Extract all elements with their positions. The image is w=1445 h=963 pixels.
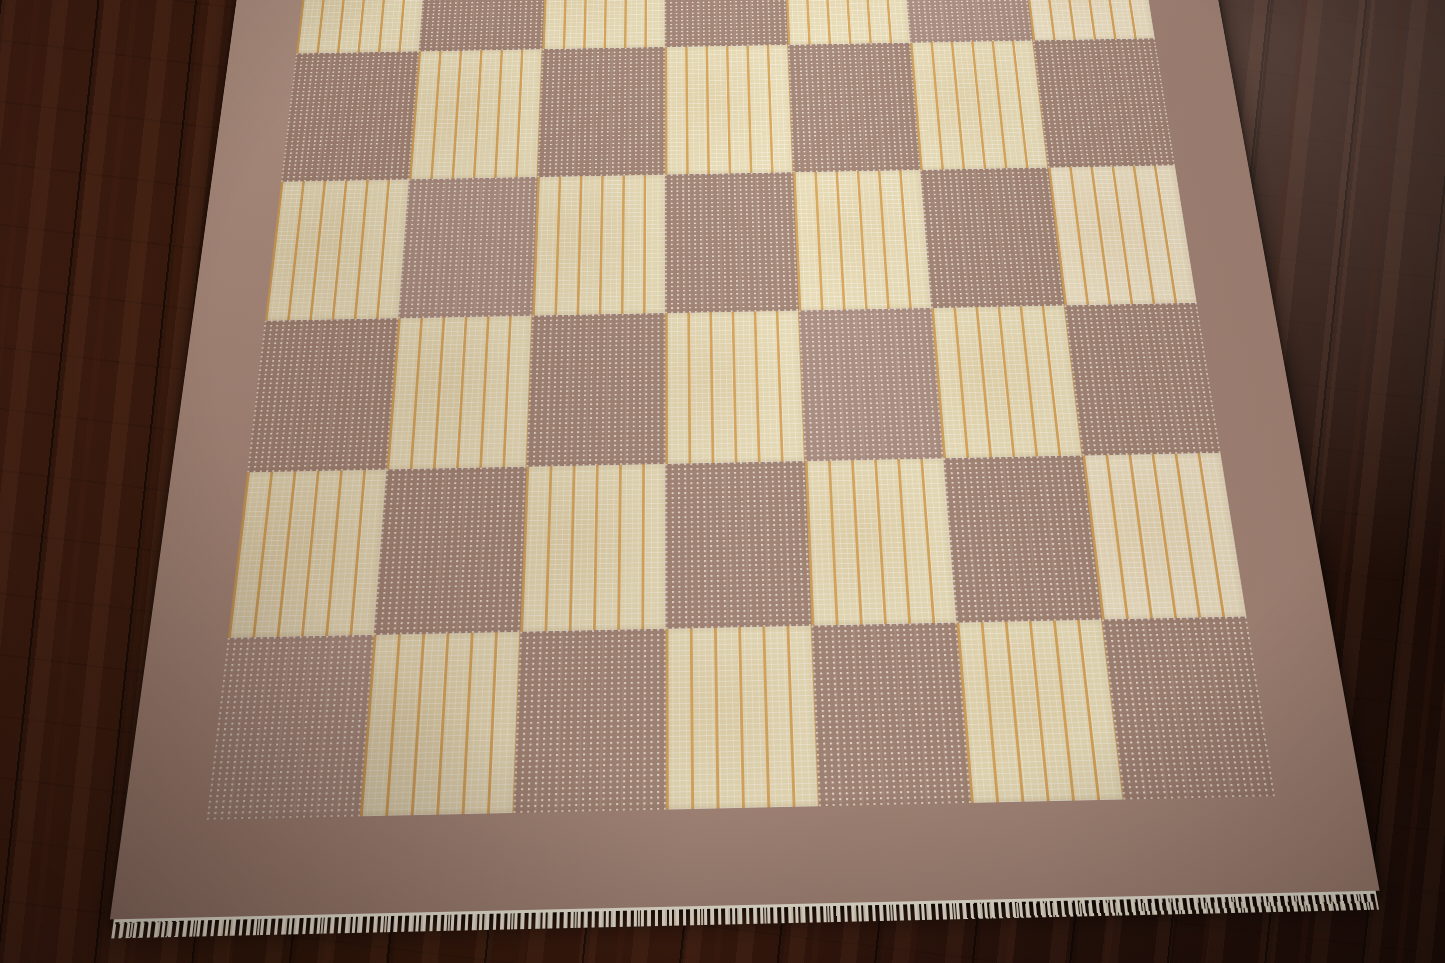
board-square-dark xyxy=(513,629,666,813)
board-square-dark xyxy=(1102,616,1275,799)
board-square-dark xyxy=(247,318,398,472)
board-square-dark xyxy=(1064,303,1220,456)
board-square-light xyxy=(910,41,1047,170)
board-square-light xyxy=(387,316,532,470)
board-square-light xyxy=(665,311,804,464)
perspective-wrapper xyxy=(0,0,1445,963)
board-square-dark xyxy=(665,0,788,47)
board-square-light xyxy=(409,49,542,179)
board-square-dark xyxy=(943,456,1101,623)
board-square-dark xyxy=(665,172,798,313)
board-square-dark xyxy=(281,51,419,181)
board-square-light xyxy=(228,469,387,637)
board-square-light xyxy=(1082,453,1246,620)
board-square-light xyxy=(265,179,409,320)
board-square-light xyxy=(957,620,1123,803)
board-square-dark xyxy=(666,461,812,629)
board-square-dark xyxy=(811,623,971,807)
checkerboard xyxy=(207,0,1275,820)
board-square-dark xyxy=(901,0,1033,43)
board-square-light xyxy=(931,305,1082,458)
board-square-light xyxy=(1019,0,1155,41)
board-square-light xyxy=(793,170,932,311)
board-square-light xyxy=(666,626,819,810)
board-square-dark xyxy=(374,467,526,635)
board-square-light xyxy=(805,458,957,625)
board-square-light xyxy=(542,0,665,49)
board-square-light xyxy=(296,0,428,54)
board-square-light xyxy=(532,175,665,316)
photo-scene xyxy=(0,0,1445,963)
rug-fringe xyxy=(111,891,1379,939)
board-square-dark xyxy=(1033,38,1175,167)
board-square-dark xyxy=(920,168,1064,308)
board-square-dark xyxy=(207,635,374,820)
board-square-light xyxy=(783,0,910,45)
board-square-dark xyxy=(399,177,538,318)
board-square-dark xyxy=(526,313,665,467)
board-square-light xyxy=(360,632,520,817)
board-square-dark xyxy=(537,47,665,177)
rug xyxy=(110,0,1380,919)
board-square-light xyxy=(665,45,793,175)
board-square-dark xyxy=(419,0,546,51)
board-square-dark xyxy=(799,308,944,461)
board-square-dark xyxy=(788,43,921,173)
board-square-light xyxy=(520,464,666,632)
board-square-light xyxy=(1048,165,1197,305)
